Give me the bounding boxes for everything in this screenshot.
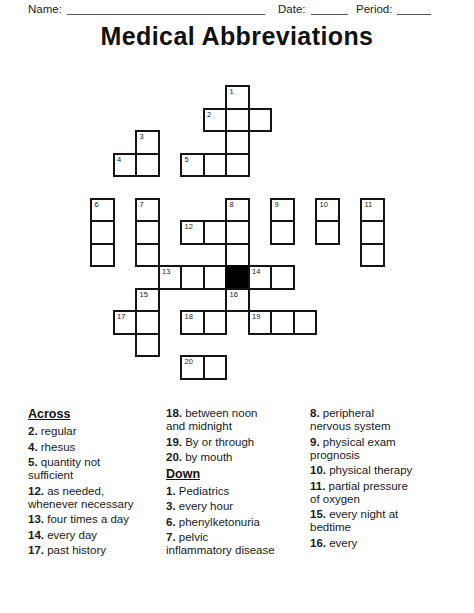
clue-down-16: 16. every: [310, 537, 465, 550]
cell-number: 1: [230, 88, 234, 96]
puzzle-title: Medical Abbreviations: [0, 22, 474, 51]
name-blank-line[interactable]: [67, 3, 265, 15]
clue-number: 10.: [310, 464, 326, 476]
clue-number: 15.: [310, 508, 326, 520]
cell-number: 11: [365, 201, 373, 209]
clue-down-7: 7. pelvic inflammatory disease: [166, 531, 304, 557]
grid-cell[interactable]: [360, 243, 385, 268]
clue-across-20: 20. by mouth: [166, 451, 304, 464]
crossword-grid: 1234567891011121314151617181920: [90, 85, 387, 380]
grid-cell[interactable]: [203, 265, 228, 290]
cell-number: 4: [117, 156, 121, 164]
clue-number: 13.: [28, 513, 44, 525]
clue-across-5: 5. quantity not sufficient: [28, 456, 156, 482]
cell-number: 12: [185, 223, 193, 231]
clue-across-19: 19. By or through: [166, 436, 304, 449]
grid-cell[interactable]: [270, 220, 295, 245]
grid-cell[interactable]: [225, 243, 250, 268]
name-label: Name:: [28, 3, 62, 15]
clue-column-3: 8. peripheral nervous system9. physical …: [310, 407, 465, 552]
grid-cell[interactable]: [225, 220, 250, 245]
clue-number: 6.: [166, 516, 176, 528]
cell-number: 19: [252, 313, 260, 321]
cell-number: 6: [95, 201, 99, 209]
clue-number: 11.: [310, 480, 325, 492]
grid-cell[interactable]: [203, 220, 228, 245]
date-field: Date:: [278, 3, 348, 15]
clue-across-13: 13. four times a day: [28, 513, 156, 526]
cell-number: 16: [230, 291, 238, 299]
grid-cell[interactable]: 2: [203, 108, 228, 133]
grid-cell[interactable]: [90, 243, 115, 268]
grid-cell[interactable]: 10: [315, 198, 340, 223]
cell-number: 9: [275, 201, 279, 209]
across-header: Across: [28, 407, 156, 421]
grid-cell[interactable]: [203, 153, 228, 178]
grid-cell[interactable]: [270, 265, 295, 290]
clue-column-1: Across2. regular4. rhesus5. quantity not…: [28, 407, 156, 560]
grid-cell[interactable]: 20: [180, 355, 205, 380]
clue-across-12: 12. as needed, whenever necessary: [28, 485, 156, 511]
cell-number: 20: [185, 358, 193, 366]
clue-number: 1.: [166, 485, 176, 497]
down-header: Down: [166, 467, 304, 481]
clue-number: 8.: [310, 407, 320, 419]
clue-down-9: 9. physical exam prognosis: [310, 436, 465, 462]
clue-number: 14.: [28, 529, 44, 541]
clue-number: 17.: [28, 544, 44, 556]
grid-cell[interactable]: 7: [135, 198, 160, 223]
grid-cell[interactable]: 5: [180, 153, 205, 178]
period-blank-line[interactable]: [397, 3, 431, 15]
grid-cell[interactable]: 8: [225, 198, 250, 223]
grid-cell[interactable]: 11: [360, 198, 385, 223]
grid-cell[interactable]: 12: [180, 220, 205, 245]
grid-cell[interactable]: 19: [248, 310, 273, 335]
clue-number: 9.: [310, 436, 320, 448]
date-label: Date:: [278, 3, 306, 15]
clue-down-3: 3. every hour: [166, 500, 304, 513]
grid-cell[interactable]: 9: [270, 198, 295, 223]
grid-cell[interactable]: 3: [135, 130, 160, 155]
clue-down-10: 10. physical therapy: [310, 464, 465, 477]
date-blank-line[interactable]: [311, 3, 348, 15]
clue-down-11: 11. partial pressure of oxygen: [310, 480, 465, 506]
clue-number: 7.: [166, 531, 176, 543]
cell-number: 2: [207, 111, 211, 119]
cell-number: 7: [140, 201, 144, 209]
clue-number: 20.: [166, 451, 182, 463]
clue-down-8: 8. peripheral nervous system: [310, 407, 465, 433]
clue-across-17: 17. past history: [28, 544, 156, 557]
clue-number: 19.: [166, 436, 182, 448]
clue-number: 5.: [28, 456, 38, 468]
cell-number: 3: [140, 133, 144, 141]
grid-cell[interactable]: [135, 243, 160, 268]
cell-number: 15: [140, 291, 148, 299]
clue-column-2: 18. between noon and midnight19. By or t…: [166, 407, 304, 560]
grid-cell[interactable]: [203, 355, 228, 380]
grid-cell[interactable]: [135, 310, 160, 335]
clue-across-18: 18. between noon and midnight: [166, 407, 304, 433]
grid-cell[interactable]: [135, 220, 160, 245]
cell-number: 5: [185, 156, 189, 164]
grid-cell[interactable]: 4: [113, 153, 138, 178]
clue-across-2: 2. regular: [28, 425, 156, 438]
clue-number: 12.: [28, 485, 44, 497]
clue-down-6: 6. phenylketonuria: [166, 516, 304, 529]
grid-cell[interactable]: 1: [225, 85, 250, 110]
black-cell: [225, 265, 250, 290]
grid-cell[interactable]: [135, 153, 160, 178]
clue-number: 16.: [310, 537, 326, 549]
cell-number: 14: [252, 268, 260, 276]
clue-down-15: 15. every night at bedtime: [310, 508, 465, 534]
cell-number: 13: [162, 268, 170, 276]
period-field: Period:: [356, 3, 431, 15]
grid-cell[interactable]: [315, 220, 340, 245]
clue-down-1: 1. Pediatrics: [166, 485, 304, 498]
grid-cell[interactable]: [225, 130, 250, 155]
grid-cell[interactable]: 15: [135, 288, 160, 313]
period-label: Period:: [356, 3, 392, 15]
clue-number: 3.: [166, 500, 176, 512]
clue-number: 18.: [166, 407, 182, 419]
grid-cell[interactable]: [180, 265, 205, 290]
grid-cell[interactable]: [293, 310, 318, 335]
grid-cell[interactable]: 13: [158, 265, 183, 290]
clue-number: 4.: [28, 441, 38, 453]
grid-cell[interactable]: 16: [225, 288, 250, 313]
grid-cell[interactable]: [203, 310, 228, 335]
cell-number: 10: [320, 201, 328, 209]
grid-cell[interactable]: 18: [180, 310, 205, 335]
grid-cell[interactable]: [135, 333, 160, 358]
cell-number: 17: [117, 313, 125, 321]
grid-cell[interactable]: 6: [90, 198, 115, 223]
cell-number: 18: [185, 313, 193, 321]
clue-across-14: 14. every day: [28, 529, 156, 542]
grid-cell[interactable]: 17: [113, 310, 138, 335]
grid-cell[interactable]: [90, 220, 115, 245]
cell-number: 8: [230, 201, 234, 209]
crossword-worksheet: Name: Date: Period: Medical Abbreviation…: [0, 0, 474, 613]
grid-cell[interactable]: [248, 108, 273, 133]
name-field: Name:: [28, 3, 265, 15]
grid-cell[interactable]: [360, 220, 385, 245]
clue-number: 2.: [28, 425, 38, 437]
grid-cell[interactable]: 14: [248, 265, 273, 290]
grid-cell[interactable]: [225, 108, 250, 133]
grid-cell[interactable]: [270, 310, 295, 335]
clue-across-4: 4. rhesus: [28, 441, 156, 454]
grid-cell[interactable]: [225, 153, 250, 178]
